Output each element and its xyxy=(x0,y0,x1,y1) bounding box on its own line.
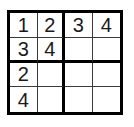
cell-r1c2[interactable] xyxy=(65,38,93,63)
cell-r0c3: 4 xyxy=(93,13,121,38)
cell-r2c2[interactable] xyxy=(65,63,93,88)
cell-r3c2[interactable] xyxy=(65,87,93,112)
sudoku-board: 1 2 3 4 3 4 2 4 xyxy=(7,10,123,115)
cell-r0c2: 3 xyxy=(65,13,93,38)
cell-r2c1[interactable] xyxy=(38,63,66,88)
cell-r1c0: 3 xyxy=(10,38,38,63)
cell-r1c3[interactable] xyxy=(93,38,121,63)
cell-r3c3[interactable] xyxy=(93,87,121,112)
cell-r0c0: 1 xyxy=(10,13,38,38)
cell-r1c1: 4 xyxy=(38,38,66,63)
cell-r0c1: 2 xyxy=(38,13,66,38)
cell-r3c1[interactable] xyxy=(38,87,66,112)
cell-r2c3[interactable] xyxy=(93,63,121,88)
cell-r3c0: 4 xyxy=(10,87,38,112)
cell-r2c0: 2 xyxy=(10,63,38,88)
